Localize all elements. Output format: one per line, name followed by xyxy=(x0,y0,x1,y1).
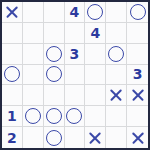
circle-mark-icon xyxy=(66,108,82,124)
cell-r4c4[interactable] xyxy=(65,65,86,86)
cell-r5c3[interactable] xyxy=(44,85,65,106)
cross-mark-icon xyxy=(88,131,102,145)
cell-r3c4: 3 xyxy=(65,44,86,65)
cell-r1c5[interactable] xyxy=(85,2,106,23)
cell-r3c6[interactable] xyxy=(106,44,127,65)
clue-number: 2 xyxy=(7,131,17,145)
circle-mark-icon xyxy=(87,4,103,20)
cell-r7c5[interactable] xyxy=(85,127,106,148)
circle-mark-icon xyxy=(46,130,62,146)
cross-mark-icon xyxy=(109,88,123,102)
cell-r4c2[interactable] xyxy=(23,65,44,86)
cell-r2c1[interactable] xyxy=(2,23,23,44)
cell-r1c6[interactable] xyxy=(106,2,127,23)
cell-r7c2[interactable] xyxy=(23,127,44,148)
cross-mark-icon xyxy=(131,131,145,145)
cell-r3c5[interactable] xyxy=(85,44,106,65)
cross-mark-icon xyxy=(131,88,145,102)
cell-r2c4[interactable] xyxy=(65,23,86,44)
cell-r1c7[interactable] xyxy=(127,2,148,23)
cell-r1c4: 4 xyxy=(65,2,86,23)
puzzle-board: 443312 xyxy=(0,0,150,150)
cell-r2c2[interactable] xyxy=(23,23,44,44)
cell-r3c7[interactable] xyxy=(127,44,148,65)
cell-r6c6[interactable] xyxy=(106,106,127,127)
cross-mark-icon xyxy=(5,5,19,19)
cell-r3c2[interactable] xyxy=(23,44,44,65)
cell-r6c7[interactable] xyxy=(127,106,148,127)
cell-r4c5[interactable] xyxy=(85,65,106,86)
cell-r5c1[interactable] xyxy=(2,85,23,106)
clue-number: 1 xyxy=(7,109,17,123)
cell-r7c3[interactable] xyxy=(44,127,65,148)
clue-number: 3 xyxy=(70,47,80,61)
cell-r7c1: 2 xyxy=(2,127,23,148)
cell-r2c7[interactable] xyxy=(127,23,148,44)
cell-r4c3[interactable] xyxy=(44,65,65,86)
cell-r5c4[interactable] xyxy=(65,85,86,106)
circle-mark-icon xyxy=(46,46,62,62)
cell-r6c4[interactable] xyxy=(65,106,86,127)
cell-r2c6[interactable] xyxy=(106,23,127,44)
circle-mark-icon xyxy=(4,66,20,82)
clue-number: 4 xyxy=(90,26,100,40)
cell-r5c2[interactable] xyxy=(23,85,44,106)
cell-r2c5: 4 xyxy=(85,23,106,44)
cell-r2c3[interactable] xyxy=(44,23,65,44)
circle-mark-icon xyxy=(46,108,62,124)
cell-r7c6[interactable] xyxy=(106,127,127,148)
cell-r6c5[interactable] xyxy=(85,106,106,127)
cell-r4c7: 3 xyxy=(127,65,148,86)
cell-r5c6[interactable] xyxy=(106,85,127,106)
circle-mark-icon xyxy=(46,66,62,82)
cell-r3c1[interactable] xyxy=(2,44,23,65)
cell-r3c3[interactable] xyxy=(44,44,65,65)
cell-r6c2[interactable] xyxy=(23,106,44,127)
clue-number: 4 xyxy=(70,5,80,19)
cell-r5c5[interactable] xyxy=(85,85,106,106)
cell-r7c4[interactable] xyxy=(65,127,86,148)
cell-r4c1[interactable] xyxy=(2,65,23,86)
circle-mark-icon xyxy=(25,108,41,124)
cell-r6c3[interactable] xyxy=(44,106,65,127)
circle-mark-icon xyxy=(108,46,124,62)
clue-number: 3 xyxy=(133,67,143,81)
cell-r1c3[interactable] xyxy=(44,2,65,23)
cell-r6c1: 1 xyxy=(2,106,23,127)
cell-r1c2[interactable] xyxy=(23,2,44,23)
cell-r7c7[interactable] xyxy=(127,127,148,148)
circle-mark-icon xyxy=(130,4,146,20)
cell-r1c1[interactable] xyxy=(2,2,23,23)
cell-r4c6[interactable] xyxy=(106,65,127,86)
cell-r5c7[interactable] xyxy=(127,85,148,106)
